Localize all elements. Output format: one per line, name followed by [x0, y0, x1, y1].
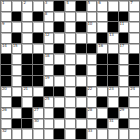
white-cell-1-7[interactable]: [76, 12, 86, 22]
white-cell-7-11[interactable]: [119, 76, 129, 86]
white-cell-11-0[interactable]: [1, 119, 11, 129]
white-cell-9-8[interactable]: [87, 97, 97, 107]
white-cell-10-3[interactable]: 27: [33, 108, 43, 118]
white-cell-0-3[interactable]: [33, 1, 43, 11]
black-cell-9-1: [12, 97, 22, 107]
clue-number-15: 15: [13, 44, 18, 48]
clue-number-1: 1: [2, 1, 4, 5]
white-cell-7-8[interactable]: [87, 76, 97, 86]
clue-number-23: 23: [109, 87, 114, 91]
white-cell-7-4[interactable]: 19: [44, 76, 54, 86]
white-cell-2-2[interactable]: [22, 22, 32, 32]
black-cell-11-9: [97, 119, 107, 129]
white-cell-5-8[interactable]: [87, 54, 97, 64]
clue-number-26: 26: [2, 108, 7, 112]
white-cell-4-2[interactable]: [22, 44, 32, 54]
white-cell-10-9[interactable]: [97, 108, 107, 118]
white-cell-1-12[interactable]: [129, 12, 139, 22]
white-cell-3-7[interactable]: [76, 33, 86, 43]
black-cell-6-2: [22, 65, 32, 75]
white-cell-0-9[interactable]: 6: [97, 1, 107, 11]
white-cell-0-4[interactable]: 3: [44, 1, 54, 11]
black-cell-5-9: [97, 54, 107, 64]
black-cell-12-5: [54, 129, 64, 139]
white-cell-8-12[interactable]: 24: [129, 87, 139, 97]
white-cell-2-8[interactable]: 10: [87, 22, 97, 32]
clue-number-24: 24: [130, 87, 135, 91]
white-cell-3-10[interactable]: 13: [108, 33, 118, 43]
white-cell-1-6[interactable]: [65, 12, 75, 22]
white-cell-2-3[interactable]: [33, 22, 43, 32]
black-cell-1-1: [12, 12, 22, 22]
white-cell-9-10[interactable]: [108, 97, 118, 107]
black-cell-4-5: [54, 44, 64, 54]
black-cell-8-7: [76, 87, 86, 97]
white-cell-7-7[interactable]: [76, 76, 86, 86]
black-cell-9-9: [97, 97, 107, 107]
white-cell-5-4[interactable]: 18: [44, 54, 54, 64]
black-cell-3-11: [119, 33, 129, 43]
black-cell-6-0: [1, 65, 11, 75]
white-cell-9-4[interactable]: 25: [44, 97, 54, 107]
clue-number-11: 11: [120, 22, 125, 26]
black-cell-4-7: [76, 44, 86, 54]
black-cell-10-5: [54, 108, 64, 118]
white-cell-11-5[interactable]: [54, 119, 64, 129]
white-cell-12-10[interactable]: [108, 129, 118, 139]
white-cell-11-6[interactable]: [65, 119, 75, 129]
white-cell-3-8[interactable]: [87, 33, 97, 43]
white-cell-2-12[interactable]: [129, 22, 139, 32]
white-cell-8-11[interactable]: [119, 87, 129, 97]
clue-number-7: 7: [130, 1, 132, 5]
white-cell-12-0[interactable]: 32: [1, 129, 11, 139]
white-cell-6-1[interactable]: [12, 65, 22, 75]
white-cell-1-8[interactable]: [87, 12, 97, 22]
white-cell-2-11[interactable]: 11: [119, 22, 129, 32]
black-cell-7-2: [22, 76, 32, 86]
white-cell-4-1[interactable]: 15: [12, 44, 22, 54]
black-cell-9-11: [119, 97, 129, 107]
black-cell-9-3: [33, 97, 43, 107]
black-cell-3-3: [33, 33, 43, 43]
clue-number-16: 16: [98, 44, 103, 48]
clue-number-5: 5: [88, 1, 90, 5]
white-cell-4-9[interactable]: 16: [97, 44, 107, 54]
white-cell-11-10[interactable]: 31: [108, 119, 118, 129]
white-cell-7-6[interactable]: [65, 76, 75, 86]
black-cell-1-10: [108, 12, 118, 22]
white-cell-8-0[interactable]: 20: [1, 87, 11, 97]
black-cell-2-5: [54, 22, 64, 32]
white-cell-10-12[interactable]: [129, 108, 139, 118]
clue-number-13: 13: [109, 33, 114, 37]
white-cell-5-5[interactable]: [54, 54, 64, 64]
white-cell-9-6[interactable]: [65, 97, 75, 107]
white-cell-8-8[interactable]: 22: [87, 87, 97, 97]
black-cell-4-8: [87, 44, 97, 54]
white-cell-0-1[interactable]: [12, 1, 22, 11]
white-cell-3-4[interactable]: 12: [44, 33, 54, 43]
white-cell-5-1[interactable]: [12, 54, 22, 64]
black-cell-11-2: [22, 119, 32, 129]
white-cell-6-4[interactable]: [44, 65, 54, 75]
white-cell-11-8[interactable]: [87, 119, 97, 129]
black-cell-3-1: [12, 33, 22, 43]
black-cell-10-7: [76, 108, 86, 118]
clue-number-6: 6: [98, 1, 100, 5]
clue-number-31: 31: [109, 119, 114, 123]
black-cell-6-9: [97, 65, 107, 75]
black-cell-8-4: [44, 87, 54, 97]
clue-number-19: 19: [45, 76, 50, 80]
white-cell-4-3[interactable]: [33, 44, 43, 54]
white-cell-11-12[interactable]: [129, 119, 139, 129]
white-cell-8-6[interactable]: [65, 87, 75, 97]
white-cell-12-1[interactable]: [12, 129, 22, 139]
black-cell-5-2: [22, 54, 32, 64]
black-cell-6-12: [129, 65, 139, 75]
clue-number-18: 18: [45, 54, 50, 58]
clue-number-22: 22: [88, 87, 93, 91]
white-cell-12-2[interactable]: [22, 129, 32, 139]
black-cell-7-0: [1, 76, 11, 86]
black-cell-10-10: [108, 108, 118, 118]
white-cell-0-11[interactable]: [119, 1, 129, 11]
clue-number-2: 2: [23, 1, 25, 5]
white-cell-9-12[interactable]: [129, 97, 139, 107]
black-cell-7-12: [129, 76, 139, 86]
white-cell-1-4[interactable]: 8: [44, 12, 54, 22]
clue-number-20: 20: [2, 87, 7, 91]
white-cell-12-8[interactable]: 33: [87, 129, 97, 139]
white-cell-6-6[interactable]: [65, 65, 75, 75]
white-cell-3-0[interactable]: [1, 33, 11, 43]
white-cell-12-9[interactable]: [97, 129, 107, 139]
black-cell-5-12: [129, 54, 139, 64]
white-cell-6-11[interactable]: [119, 65, 129, 75]
white-cell-8-2[interactable]: 21: [22, 87, 32, 97]
black-cell-6-7: [76, 65, 86, 75]
white-cell-0-12[interactable]: 7: [129, 1, 139, 11]
crossword-board: 1234567891011121314151617181920212223242…: [0, 0, 140, 140]
white-cell-5-7[interactable]: [76, 54, 86, 64]
black-cell-2-7: [76, 22, 86, 32]
black-cell-0-5: [54, 1, 64, 11]
white-cell-1-5[interactable]: [54, 12, 64, 22]
white-cell-12-4[interactable]: [44, 129, 54, 139]
black-cell-3-9: [97, 33, 107, 43]
black-cell-6-5: [54, 65, 64, 75]
white-cell-0-2[interactable]: 2: [22, 1, 32, 11]
black-cell-12-7: [76, 129, 86, 139]
clue-number-28: 28: [88, 108, 93, 112]
white-cell-2-6[interactable]: [65, 22, 75, 32]
clue-number-33: 33: [88, 129, 93, 133]
white-cell-11-3[interactable]: 30: [33, 119, 43, 129]
clue-number-14: 14: [2, 44, 7, 48]
clue-number-4: 4: [66, 1, 68, 5]
white-cell-0-10[interactable]: [108, 1, 118, 11]
black-cell-5-3: [33, 54, 43, 64]
black-cell-5-0: [1, 54, 11, 64]
white-cell-0-8[interactable]: 5: [87, 1, 97, 11]
white-cell-12-11[interactable]: [119, 129, 129, 139]
clue-number-21: 21: [23, 87, 28, 91]
white-cell-2-4[interactable]: [44, 22, 54, 32]
black-cell-6-10: [108, 65, 118, 75]
clue-number-32: 32: [2, 129, 7, 133]
white-cell-4-12[interactable]: [129, 44, 139, 54]
white-cell-4-0[interactable]: 14: [1, 44, 11, 54]
black-cell-1-11: [119, 12, 129, 22]
white-cell-12-6[interactable]: [65, 129, 75, 139]
white-cell-7-1[interactable]: [12, 76, 22, 86]
white-cell-8-9[interactable]: [97, 87, 107, 97]
white-cell-2-0[interactable]: 9: [1, 22, 11, 32]
clue-number-12: 12: [45, 33, 50, 37]
white-cell-11-7[interactable]: [76, 119, 86, 129]
white-cell-2-1[interactable]: [12, 22, 22, 32]
white-cell-6-8[interactable]: [87, 65, 97, 75]
white-cell-10-6[interactable]: [65, 108, 75, 118]
black-cell-7-9: [97, 76, 107, 86]
white-cell-11-4[interactable]: [44, 119, 54, 129]
white-cell-10-8[interactable]: 28: [87, 108, 97, 118]
white-cell-3-6[interactable]: [65, 33, 75, 43]
white-cell-10-4[interactable]: [44, 108, 54, 118]
white-cell-9-7[interactable]: [76, 97, 86, 107]
white-cell-10-1[interactable]: [12, 108, 22, 118]
white-cell-9-5[interactable]: [54, 97, 64, 107]
white-cell-3-2[interactable]: [22, 33, 32, 43]
white-cell-4-4[interactable]: [44, 44, 54, 54]
white-cell-4-6[interactable]: [65, 44, 75, 54]
white-cell-1-9[interactable]: [97, 12, 107, 22]
clue-number-25: 25: [45, 97, 50, 101]
white-cell-7-5[interactable]: [54, 76, 64, 86]
black-cell-7-10: [108, 76, 118, 86]
clue-number-3: 3: [45, 1, 47, 5]
black-cell-1-3: [33, 12, 43, 22]
clue-number-30: 30: [34, 119, 39, 123]
white-cell-1-2[interactable]: [22, 12, 32, 22]
black-cell-8-5: [54, 87, 64, 97]
black-cell-6-3: [33, 65, 43, 75]
white-cell-10-0[interactable]: 26: [1, 108, 11, 118]
white-cell-0-6[interactable]: 4: [65, 1, 75, 11]
clue-number-8: 8: [45, 12, 47, 16]
white-cell-8-1[interactable]: [12, 87, 22, 97]
white-cell-0-0[interactable]: 1: [1, 1, 11, 11]
white-cell-4-10[interactable]: [108, 44, 118, 54]
black-cell-2-10: [108, 22, 118, 32]
clue-number-17: 17: [120, 44, 125, 48]
white-cell-9-2[interactable]: [22, 97, 32, 107]
clue-number-27: 27: [34, 108, 39, 112]
black-cell-11-11: [119, 119, 129, 129]
clue-number-29: 29: [120, 108, 125, 112]
white-cell-4-11[interactable]: 17: [119, 44, 129, 54]
black-cell-0-7: [76, 1, 86, 11]
white-cell-10-11[interactable]: 29: [119, 108, 129, 118]
white-cell-8-10[interactable]: 23: [108, 87, 118, 97]
white-cell-5-6[interactable]: [65, 54, 75, 64]
clue-number-10: 10: [88, 22, 93, 26]
white-cell-1-0[interactable]: [1, 12, 11, 22]
white-cell-8-3[interactable]: [33, 87, 43, 97]
white-cell-5-11[interactable]: [119, 54, 129, 64]
black-cell-5-10: [108, 54, 118, 64]
white-cell-12-12[interactable]: [129, 129, 139, 139]
black-cell-11-1: [12, 119, 22, 129]
white-cell-9-0[interactable]: [1, 97, 11, 107]
white-cell-2-9[interactable]: [97, 22, 107, 32]
white-cell-12-3[interactable]: [33, 129, 43, 139]
black-cell-10-2: [22, 108, 32, 118]
clue-number-9: 9: [2, 22, 4, 26]
white-cell-3-12[interactable]: [129, 33, 139, 43]
white-cell-3-5[interactable]: [54, 33, 64, 43]
black-cell-7-3: [33, 76, 43, 86]
